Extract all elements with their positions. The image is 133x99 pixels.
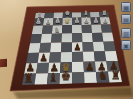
- frame-edge-fragment: [0, 59, 7, 68]
- toolbar-button-2[interactable]: ▤: [121, 14, 131, 24]
- piece-white-pawn-a2[interactable]: ♟: [103, 17, 109, 24]
- piece-black-pawn-g6[interactable]: ♟: [39, 52, 48, 62]
- toolbar-button-3[interactable]: ▥: [121, 28, 131, 38]
- side-toolbar: ▦▤▥▣: [120, 0, 132, 99]
- piece-black-bishop-f8[interactable]: ♝: [48, 72, 58, 84]
- toolbar-button-1[interactable]: ▦: [121, 2, 131, 12]
- piece-white-queen-e2[interactable]: ♛: [64, 18, 70, 25]
- piece-white-pawn-c2[interactable]: ♟: [83, 18, 89, 25]
- toolbar-button-4[interactable]: ▣: [121, 40, 131, 50]
- piece-black-pawn-c7[interactable]: ♟: [85, 61, 94, 72]
- piece-black-rook-h8[interactable]: ♜: [23, 72, 33, 84]
- chess-app-window: ♜♝♚♜♟♟♟♟♛♟♟♟♞♟♟♟♟♟♛♟♟♜♞♚♝♜ ▦▤▥▣: [0, 0, 133, 99]
- piece-white-pawn-g2[interactable]: ♟: [45, 18, 51, 25]
- piece-black-rook-a8[interactable]: ♜: [110, 70, 120, 81]
- piece-black-king-e8[interactable]: ♚: [61, 71, 71, 83]
- piece-black-knight-b8[interactable]: ♞: [98, 70, 108, 81]
- piece-white-knight-f3[interactable]: ♞: [54, 26, 61, 33]
- piece-white-pawn-d2[interactable]: ♟: [74, 18, 80, 25]
- piece-white-pawn-h2[interactable]: ♟: [36, 18, 42, 25]
- piece-white-pawn-b2[interactable]: ♟: [93, 17, 99, 24]
- piece-black-pawn-d5[interactable]: ♟: [73, 42, 81, 51]
